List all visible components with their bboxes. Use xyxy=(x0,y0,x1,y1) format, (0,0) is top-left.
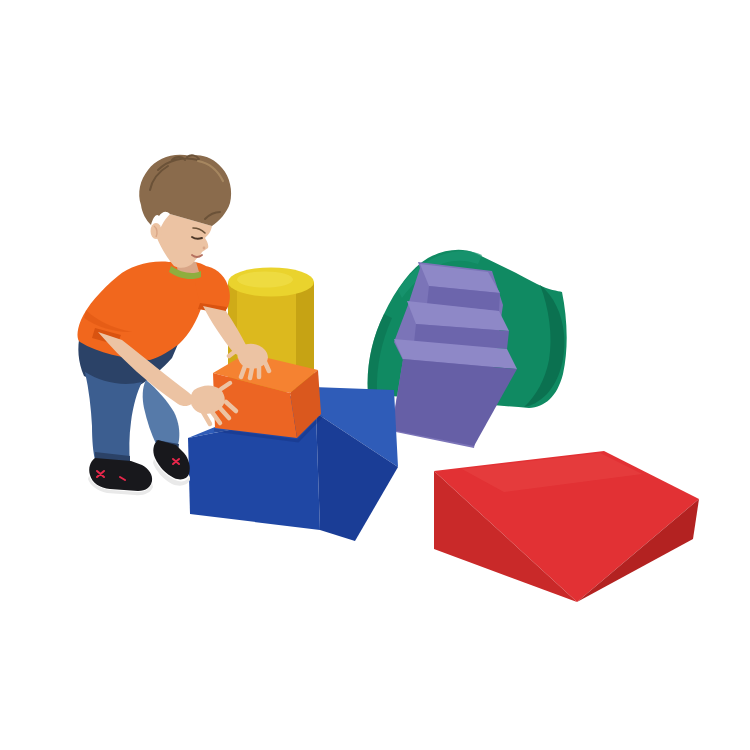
soft-play-scene xyxy=(0,0,750,750)
red-wedge xyxy=(434,451,699,602)
cylinder-top-sheen xyxy=(237,272,293,288)
product-photo xyxy=(0,0,750,750)
stairs-base-front xyxy=(392,359,517,446)
hair xyxy=(139,155,231,226)
back-leg xyxy=(85,372,142,464)
front-shoe xyxy=(153,440,189,479)
nostril xyxy=(203,247,206,250)
